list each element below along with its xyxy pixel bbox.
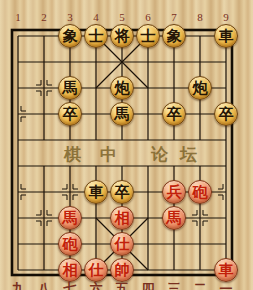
- piece-black-soldier[interactable]: 卒: [162, 102, 186, 126]
- file-numeral-label: 九: [5, 280, 31, 290]
- piece-black-soldier[interactable]: 卒: [214, 102, 238, 126]
- piece-black-advisor[interactable]: 士: [84, 24, 108, 48]
- piece-red-advisor[interactable]: 仕: [110, 232, 134, 256]
- piece-black-horse[interactable]: 馬: [58, 76, 82, 100]
- file-number-label: 3: [57, 11, 83, 23]
- piece-black-cannon[interactable]: 炮: [188, 76, 212, 100]
- piece-red-chariot[interactable]: 車: [214, 258, 238, 282]
- piece-black-general[interactable]: 将: [110, 24, 134, 48]
- piece-black-cannon[interactable]: 炮: [110, 76, 134, 100]
- piece-black-soldier[interactable]: 卒: [58, 102, 82, 126]
- piece-red-cannon[interactable]: 砲: [188, 180, 212, 204]
- file-number-label: 4: [83, 11, 109, 23]
- xiangqi-board: 123456789 棋中 论坛 象士将士象車馬炮炮卒馬卒卒車卒兵砲馬相馬砲仕相仕…: [0, 0, 253, 290]
- file-number-label: 1: [5, 11, 31, 23]
- file-numeral-label: 二: [187, 280, 213, 290]
- piece-red-soldier[interactable]: 兵: [162, 180, 186, 204]
- piece-red-elephant[interactable]: 相: [110, 206, 134, 230]
- file-numeral-label: 八: [31, 280, 57, 290]
- piece-red-cannon[interactable]: 砲: [58, 232, 82, 256]
- piece-red-horse[interactable]: 馬: [58, 206, 82, 230]
- file-number-label: 8: [187, 11, 213, 23]
- piece-black-chariot[interactable]: 車: [214, 24, 238, 48]
- file-numeral-label: 五: [109, 280, 135, 290]
- file-number-label: 6: [135, 11, 161, 23]
- file-numeral-label: 七: [57, 280, 83, 290]
- file-numeral-label: 三: [161, 280, 187, 290]
- file-number-label: 5: [109, 11, 135, 23]
- piece-black-chariot[interactable]: 車: [84, 180, 108, 204]
- file-number-label: 2: [31, 11, 57, 23]
- piece-black-horse[interactable]: 馬: [110, 102, 134, 126]
- file-numeral-label: 六: [83, 280, 109, 290]
- file-numbers-bottom: 九八七六五四三二一: [5, 280, 239, 290]
- piece-red-general[interactable]: 帥: [110, 258, 134, 282]
- piece-black-elephant[interactable]: 象: [162, 24, 186, 48]
- piece-red-advisor[interactable]: 仕: [84, 258, 108, 282]
- piece-black-soldier[interactable]: 卒: [110, 180, 134, 204]
- piece-black-advisor[interactable]: 士: [136, 24, 160, 48]
- file-numeral-label: 四: [135, 280, 161, 290]
- piece-red-horse[interactable]: 馬: [162, 206, 186, 230]
- file-number-label: 9: [213, 11, 239, 23]
- file-number-label: 7: [161, 11, 187, 23]
- file-numbers-top: 123456789: [5, 11, 239, 23]
- piece-black-elephant[interactable]: 象: [58, 24, 82, 48]
- pieces-layer: 象士将士象車馬炮炮卒馬卒卒車卒兵砲馬相馬砲仕相仕帥車: [5, 23, 239, 283]
- piece-red-elephant[interactable]: 相: [58, 258, 82, 282]
- file-numeral-label: 一: [213, 280, 239, 290]
